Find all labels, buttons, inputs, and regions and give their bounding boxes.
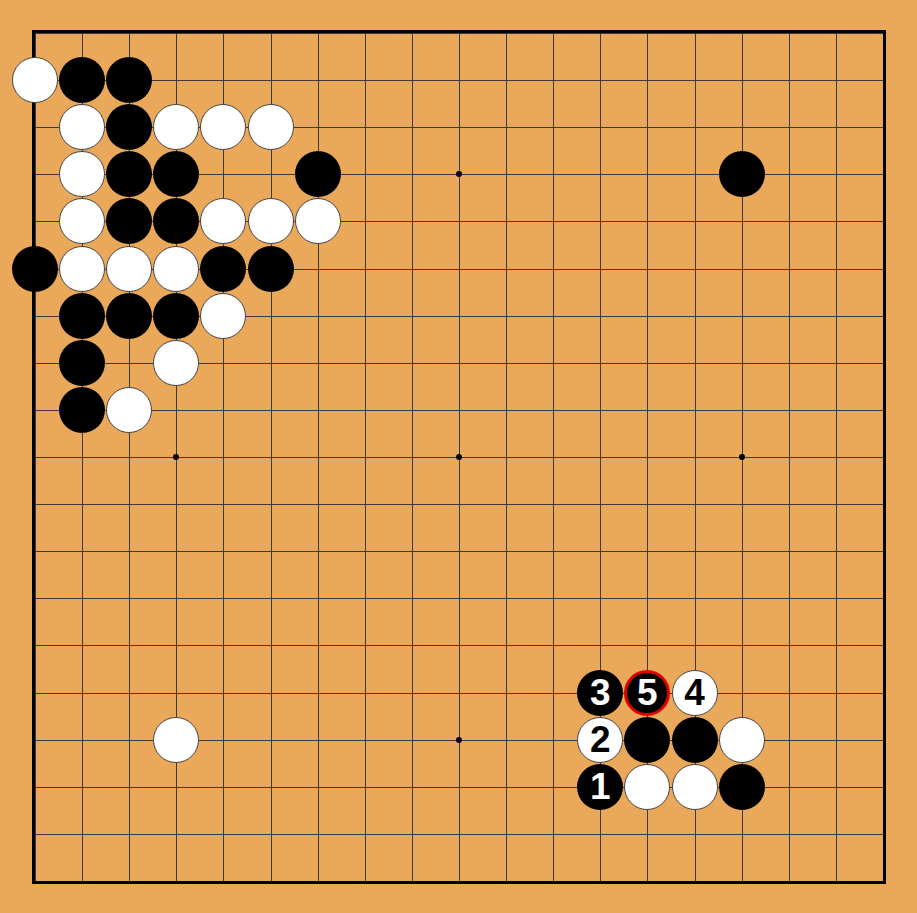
black-stone [106, 151, 152, 197]
white-stone-move-2: 2 [577, 717, 623, 763]
black-stone [295, 151, 341, 197]
white-stone [12, 57, 58, 103]
white-stone [200, 293, 246, 339]
black-stone [153, 198, 199, 244]
black-stone [153, 293, 199, 339]
black-stone-move-1: 1 [577, 764, 623, 810]
white-stone [59, 151, 105, 197]
black-stone [672, 717, 718, 763]
black-stone [59, 293, 105, 339]
go-board: 35421 [0, 0, 917, 913]
black-stone [59, 387, 105, 433]
black-stone [624, 717, 670, 763]
black-stone [59, 340, 105, 386]
black-stone [106, 198, 152, 244]
white-stone [59, 198, 105, 244]
black-stone [153, 151, 199, 197]
white-stone [295, 198, 341, 244]
white-stone [106, 387, 152, 433]
white-stone [624, 764, 670, 810]
white-stone [153, 340, 199, 386]
black-stone-move-3: 3 [577, 670, 623, 716]
black-stone-move-5-marked: 5 [624, 670, 670, 716]
white-stone-move-4: 4 [672, 670, 718, 716]
white-stone [153, 246, 199, 292]
white-stone [59, 104, 105, 150]
white-stone [719, 717, 765, 763]
black-stone [719, 764, 765, 810]
white-stone [248, 104, 294, 150]
black-stone [200, 246, 246, 292]
white-stone [200, 198, 246, 244]
stones-layer: 35421 [11, 9, 906, 904]
white-stone [106, 246, 152, 292]
black-stone [719, 151, 765, 197]
black-stone [106, 57, 152, 103]
black-stone [106, 104, 152, 150]
black-stone [106, 293, 152, 339]
black-stone [248, 246, 294, 292]
white-stone [59, 246, 105, 292]
white-stone [153, 104, 199, 150]
black-stone [59, 57, 105, 103]
white-stone [672, 764, 718, 810]
white-stone [200, 104, 246, 150]
white-stone [153, 717, 199, 763]
white-stone [248, 198, 294, 244]
black-stone [12, 246, 58, 292]
